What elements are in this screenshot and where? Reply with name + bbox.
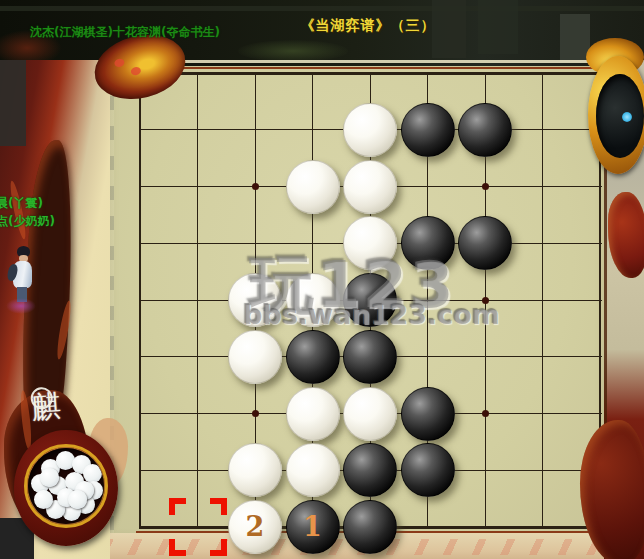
stone-white xyxy=(228,330,282,384)
go-game-window: 21 玩123 bbs.wan123.com 《当湖弈谱》（三） 沈杰(江湖棋圣… xyxy=(0,0,644,559)
stone-white xyxy=(343,160,397,214)
npc-sprite xyxy=(8,246,38,316)
npc-name-label-1: 晨(丫鬟) xyxy=(0,195,43,212)
stone-black xyxy=(458,103,512,157)
star-point xyxy=(482,410,489,417)
bowl-black-stones xyxy=(596,74,644,158)
board-edge-accent-top xyxy=(135,67,605,69)
stone-black xyxy=(343,330,397,384)
ornament-dot xyxy=(114,58,126,68)
left-frame-shadow xyxy=(0,60,26,146)
stone-white xyxy=(343,103,397,157)
scene-beam xyxy=(0,6,644,11)
stone-number-label: 1 xyxy=(287,501,339,553)
stone-black xyxy=(458,216,512,270)
cursor-corner-icon xyxy=(210,498,227,515)
ornament-dot xyxy=(130,66,142,76)
npc-name-label-2: 点(少奶奶) xyxy=(0,213,55,230)
star-point xyxy=(482,183,489,190)
stone-black xyxy=(286,330,340,384)
cursor-corner-icon xyxy=(169,539,186,556)
stone-black xyxy=(343,443,397,497)
stone-white: 2 xyxy=(228,500,282,554)
stone-white xyxy=(228,443,282,497)
bowl-stone-white xyxy=(40,468,59,487)
white-stone-bowl xyxy=(14,430,118,546)
stone-black xyxy=(401,103,455,157)
grid-line xyxy=(542,72,543,529)
stone-black xyxy=(343,500,397,554)
stone-white xyxy=(286,160,340,214)
cursor-corner-icon xyxy=(169,498,186,515)
sprite-glow xyxy=(6,298,36,314)
stone-white xyxy=(286,387,340,441)
players-text: 沈杰(江湖棋圣)十花容渊(夺命书生) xyxy=(30,24,260,41)
red-ornament-bottom-right xyxy=(580,420,644,559)
stone-white xyxy=(286,443,340,497)
bowl-stones xyxy=(28,448,104,524)
grid-line xyxy=(197,72,198,529)
stone-black xyxy=(401,387,455,441)
black-stone-bowl xyxy=(588,56,644,174)
calligraphy-character: 麒 xyxy=(30,386,63,429)
stone-number-label: 2 xyxy=(229,501,281,553)
stone-black: 1 xyxy=(286,500,340,554)
stone-black xyxy=(401,443,455,497)
bowl-stone-white xyxy=(34,490,53,509)
cursor-corner-icon xyxy=(210,539,227,556)
star-point xyxy=(252,183,259,190)
stone-white xyxy=(343,387,397,441)
page-title: 《当湖弈谱》（三） xyxy=(248,17,488,35)
bowl-glint xyxy=(622,112,632,122)
watermark-url: bbs.wan123.com xyxy=(243,299,500,330)
grid-line xyxy=(139,72,602,75)
move-cursor[interactable] xyxy=(169,498,227,556)
grid-line xyxy=(139,72,141,529)
scene-foliage xyxy=(238,40,348,62)
bowl-stone-white xyxy=(68,490,87,509)
star-point xyxy=(252,410,259,417)
